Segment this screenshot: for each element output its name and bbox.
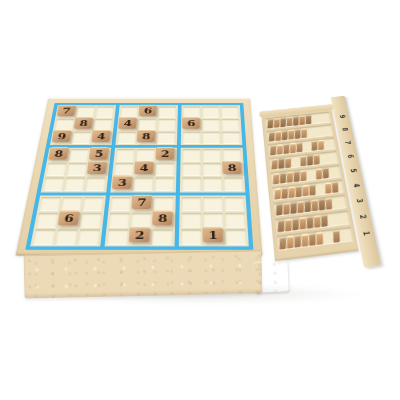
board-cell-r1c3[interactable] — [95, 106, 114, 117]
drawer-tile[interactable] — [277, 144, 283, 155]
drawer-tile[interactable] — [314, 154, 320, 165]
board-cell-r5c1[interactable] — [46, 163, 67, 176]
board-cell-r2c8[interactable] — [202, 119, 220, 131]
drawer-tile[interactable] — [303, 185, 309, 197]
board-cell-r5c8[interactable] — [203, 163, 222, 176]
board-cell-r9c2[interactable] — [55, 229, 78, 244]
drawer-tile[interactable] — [333, 230, 340, 243]
number-tile[interactable]: 8 — [48, 147, 68, 160]
drawer-tile[interactable] — [297, 142, 303, 153]
number-tile[interactable]: 8 — [152, 210, 172, 225]
board-cell-r2c9[interactable] — [222, 119, 240, 131]
board-cell-r8c4[interactable] — [109, 213, 130, 228]
board-cell-r7c7[interactable] — [182, 197, 202, 211]
board-cell-r6c8[interactable] — [203, 177, 222, 191]
number-tile[interactable]: 2 — [129, 227, 150, 242]
board-cell-r1c4[interactable] — [120, 106, 138, 117]
board-cell-r2c2[interactable]: 8 — [74, 119, 93, 131]
board-cell-r8c3[interactable] — [80, 213, 102, 228]
number-tile[interactable]: 7 — [131, 195, 151, 209]
drawer-tile[interactable] — [292, 218, 298, 231]
drawer-tile[interactable] — [273, 173, 279, 184]
drawer-tile[interactable] — [332, 181, 338, 193]
board-cell-r6c2[interactable] — [64, 177, 85, 191]
board-cell-r5c2[interactable] — [67, 163, 88, 176]
board-cell-r2c7[interactable]: 6 — [183, 119, 201, 131]
board-cell-r4c1[interactable]: 8 — [49, 149, 70, 162]
board-cell-r7c5[interactable]: 7 — [132, 197, 152, 211]
number-tile[interactable]: 4 — [134, 161, 153, 174]
board-cell-r8c1[interactable] — [36, 213, 59, 228]
drawer-tile[interactable] — [278, 158, 284, 169]
drawer-tile[interactable] — [312, 140, 318, 150]
board-cell-r6c1[interactable] — [43, 177, 64, 191]
drawer-tile[interactable] — [307, 216, 313, 229]
sudoku-grid: 78946486853243867821 — [25, 103, 253, 250]
sudoku-box: 1 — [179, 195, 249, 246]
board-cell-r5c4[interactable] — [114, 163, 134, 176]
slot-label: 6 — [339, 150, 361, 163]
sudoku-box: 6 — [181, 105, 243, 145]
board-cell-r1c5[interactable]: 6 — [139, 106, 157, 117]
drawer-tile[interactable] — [299, 115, 304, 125]
board-cell-r4c2[interactable] — [69, 149, 89, 162]
number-tile[interactable]: 8 — [74, 117, 93, 129]
board-cell-r9c1[interactable] — [33, 229, 56, 244]
board-cell-r1c7[interactable] — [183, 106, 200, 117]
board-cell-r1c1[interactable]: 7 — [57, 106, 76, 117]
drawer-tile[interactable] — [326, 198, 332, 210]
drawer-tile[interactable] — [285, 157, 291, 168]
board-cell-r4c3[interactable]: 5 — [89, 149, 109, 162]
board-cell-r8c9[interactable] — [225, 213, 246, 228]
board-cell-r2c5[interactable] — [138, 119, 156, 131]
drawer-front-panel — [253, 260, 289, 293]
board-cell-r2c4[interactable]: 4 — [119, 119, 138, 131]
drawer-tile[interactable] — [325, 182, 331, 194]
board-cell-r1c9[interactable] — [221, 106, 239, 117]
number-tile[interactable]: 5 — [89, 147, 109, 160]
drawer-tile[interactable] — [285, 219, 292, 232]
number-tile[interactable]: 8 — [222, 161, 241, 174]
number-tile[interactable]: 8 — [136, 130, 155, 142]
sudoku-box: 6 — [30, 195, 106, 246]
drawer-tile[interactable] — [287, 171, 293, 182]
drawer-tile[interactable] — [301, 128, 307, 138]
drawer-tile[interactable] — [290, 143, 296, 154]
drawer-tile[interactable] — [298, 201, 304, 213]
drawer-tile[interactable] — [302, 233, 308, 246]
drawer-tile[interactable] — [287, 117, 293, 127]
drawer-tile[interactable] — [278, 219, 285, 232]
sudoku-box: 853 — [41, 148, 112, 193]
board-cell-r3c2[interactable] — [72, 132, 92, 144]
slot-label: 5 — [342, 164, 364, 177]
sudoku-box: 782 — [105, 195, 176, 246]
board-cell-r8c2[interactable]: 6 — [58, 213, 80, 228]
board-cell-r3c1[interactable]: 9 — [52, 132, 72, 144]
board-cell-r3c5[interactable]: 8 — [137, 132, 156, 144]
drawer-tile[interactable] — [307, 155, 313, 166]
board-cell-r5c7[interactable] — [182, 163, 201, 176]
board-cell-r3c8[interactable] — [202, 132, 220, 144]
board-cell-r2c6[interactable] — [158, 119, 176, 131]
board-cell-r6c7[interactable] — [182, 177, 201, 191]
drawer-tile[interactable] — [293, 116, 299, 126]
board-cell-r5c3[interactable]: 3 — [87, 163, 107, 176]
number-tile[interactable]: 6 — [57, 210, 79, 225]
drawer-tile[interactable] — [283, 203, 289, 215]
drawer-tile[interactable] — [306, 115, 311, 125]
drawer-tile[interactable] — [294, 234, 300, 247]
board-cell-r6c9[interactable] — [224, 177, 244, 191]
board-cell-r7c3[interactable] — [83, 197, 104, 211]
board-cell-r4c4[interactable] — [116, 149, 135, 162]
board-cell-r3c3[interactable]: 4 — [92, 132, 111, 144]
board-cell-r9c3[interactable] — [78, 229, 100, 244]
drawer-tile[interactable] — [305, 200, 311, 212]
drawer-tile[interactable] — [288, 129, 294, 139]
board-cell-r1c8[interactable] — [202, 106, 219, 117]
drawer-tile[interactable] — [312, 199, 318, 211]
number-tile[interactable]: 2 — [155, 147, 174, 160]
number-tile[interactable]: 4 — [91, 130, 110, 142]
number-tile[interactable]: 7 — [57, 105, 76, 116]
board-cell-r5c5[interactable]: 4 — [135, 163, 154, 176]
drawer-tile[interactable] — [289, 186, 295, 198]
board-cell-r1c6[interactable] — [158, 106, 176, 117]
number-tile[interactable]: 9 — [52, 130, 72, 142]
board-cell-r1c2[interactable] — [76, 106, 95, 117]
board-cell-r7c6[interactable] — [154, 197, 174, 211]
slot-label: 8 — [334, 123, 355, 135]
sudoku-product-photo: 78946486853243867821 987654321 — [0, 0, 400, 400]
drawer-tile[interactable] — [272, 159, 278, 170]
drawer-tile[interactable] — [295, 129, 301, 139]
board-cell-r7c8[interactable] — [203, 197, 223, 211]
board-cell-r4c5[interactable] — [136, 149, 155, 162]
drawer-tile[interactable] — [310, 184, 316, 196]
drawer-tile[interactable] — [323, 167, 329, 178]
board-cell-r3c4[interactable] — [117, 132, 136, 144]
board-cell-r7c9[interactable] — [224, 197, 244, 211]
number-tile[interactable]: 6 — [182, 117, 200, 129]
board-cell-r4c9[interactable] — [223, 149, 242, 162]
board-cell-r9c8[interactable]: 1 — [203, 229, 224, 244]
board-cell-r8c6[interactable]: 8 — [153, 213, 173, 228]
sudoku-box: 648 — [115, 105, 178, 145]
board-cell-r4c8[interactable] — [203, 149, 222, 162]
drawer-tile[interactable] — [309, 233, 315, 246]
board-cell-r8c8[interactable] — [203, 213, 223, 228]
board-cell-r4c6[interactable]: 2 — [156, 149, 175, 162]
drawer-tile[interactable] — [269, 131, 275, 141]
drawer-tile[interactable] — [282, 187, 288, 199]
board-cell-r2c1[interactable] — [55, 119, 75, 131]
slot-label: 3 — [347, 194, 370, 208]
drawer-tile[interactable] — [290, 202, 296, 214]
board-cell-r9c9[interactable] — [226, 229, 247, 244]
slot-label: 9 — [332, 111, 353, 123]
slot-label: 4 — [345, 179, 368, 193]
number-tile[interactable]: 3 — [112, 175, 132, 189]
board-cell-r6c5[interactable] — [134, 177, 154, 191]
tile-drawer[interactable]: 987654321 — [261, 107, 380, 258]
drawer-tile[interactable] — [316, 168, 322, 179]
drawer-tile[interactable] — [301, 170, 307, 181]
drawer-tile[interactable] — [280, 172, 286, 183]
sudoku-box: 243 — [110, 148, 177, 193]
drawer-tile[interactable] — [275, 188, 281, 200]
board-cell-r9c7[interactable] — [181, 229, 201, 244]
sudoku-board: 78946486853243867821 — [15, 98, 262, 256]
board-cell-r5c6[interactable] — [156, 163, 175, 176]
drawer-tile[interactable] — [318, 140, 324, 150]
board-cell-r9c4[interactable] — [107, 229, 129, 244]
board-cell-r9c5[interactable]: 2 — [129, 229, 150, 244]
board-cell-r6c4[interactable]: 3 — [112, 177, 132, 191]
drawer-tile[interactable] — [276, 203, 283, 215]
board-cell-r2c3[interactable] — [94, 119, 113, 131]
board-cell-r6c6[interactable] — [155, 177, 174, 191]
slot-label: 7 — [336, 136, 358, 148]
drawer-tile[interactable] — [287, 235, 294, 248]
drawer-tile[interactable] — [280, 236, 287, 249]
number-tile[interactable]: 3 — [87, 161, 107, 174]
board-cell-r9c6[interactable] — [152, 229, 173, 244]
drawer-tile[interactable] — [274, 118, 280, 128]
sudoku-box: 8 — [180, 148, 246, 193]
drawer-tile[interactable] — [301, 155, 307, 166]
board-cell-r4c7[interactable] — [182, 149, 200, 162]
number-tile[interactable]: 6 — [139, 105, 157, 116]
board-cell-r6c3[interactable] — [85, 177, 106, 191]
drawer-tile[interactable] — [300, 217, 306, 230]
drawer-tile[interactable] — [267, 119, 273, 129]
board-cell-r7c2[interactable] — [61, 197, 83, 211]
drawer-tile[interactable] — [282, 130, 288, 140]
board-cell-r8c7[interactable] — [181, 213, 201, 228]
board-cell-r7c4[interactable] — [110, 197, 131, 211]
board-cell-r7c1[interactable] — [39, 197, 61, 211]
board-cell-r3c6[interactable] — [157, 132, 175, 144]
drawer-tile[interactable] — [319, 198, 325, 210]
slot-label: 1 — [354, 226, 378, 242]
drawer-tile[interactable] — [270, 145, 276, 156]
board-cell-r3c7[interactable] — [183, 132, 201, 144]
tile-drawer-body: 987654321 — [261, 103, 378, 265]
drawer-tile[interactable] — [321, 214, 327, 227]
drawer-tile[interactable] — [280, 117, 286, 127]
drawer-tile[interactable] — [314, 215, 320, 228]
drawer-tile[interactable] — [317, 232, 323, 245]
board-cell-r3c9[interactable] — [222, 132, 240, 144]
slot-label: 2 — [350, 209, 374, 224]
drawer-tile[interactable] — [294, 171, 300, 182]
board-cell-r8c5[interactable] — [131, 213, 152, 228]
sudoku-box: 7894 — [50, 105, 116, 145]
drawer-tile[interactable] — [296, 185, 302, 197]
drawer-tile[interactable] — [283, 143, 289, 154]
board-front-face — [24, 250, 263, 299]
number-tile[interactable]: 1 — [202, 227, 222, 242]
board-cell-r5c9[interactable]: 8 — [223, 163, 242, 176]
number-tile[interactable]: 4 — [118, 117, 137, 129]
drawer-tile[interactable] — [275, 131, 281, 141]
